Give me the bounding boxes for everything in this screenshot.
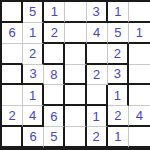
cell-r0c5[interactable]: 1 bbox=[108, 2, 129, 23]
cell-r1c1[interactable]: 1 bbox=[23, 23, 44, 44]
cell-r6c6[interactable] bbox=[129, 127, 150, 148]
cell-r5c5[interactable]: 2 bbox=[108, 106, 129, 127]
cell-r6c1[interactable]: 6 bbox=[23, 127, 44, 148]
cell-r3c2[interactable]: 8 bbox=[44, 65, 65, 86]
cell-r0c2[interactable]: 1 bbox=[44, 2, 65, 23]
cell-r5c2[interactable]: 6 bbox=[44, 106, 65, 127]
cell-r2c3[interactable] bbox=[65, 44, 86, 65]
cell-r0c3[interactable] bbox=[65, 2, 86, 23]
cell-r3c4[interactable]: 2 bbox=[87, 65, 108, 86]
cell-r2c2[interactable] bbox=[44, 44, 65, 65]
cell-r4c3[interactable] bbox=[65, 85, 86, 106]
cell-r3c1[interactable]: 3 bbox=[23, 65, 44, 86]
cell-r4c2[interactable] bbox=[44, 85, 65, 106]
cell-r5c0[interactable]: 2 bbox=[2, 106, 23, 127]
cell-r4c0[interactable] bbox=[2, 85, 23, 106]
cell-r3c6[interactable] bbox=[129, 65, 150, 86]
cell-r2c6[interactable] bbox=[129, 44, 150, 65]
cell-r2c0[interactable] bbox=[2, 44, 23, 65]
cell-r5c4[interactable]: 1 bbox=[87, 106, 108, 127]
cell-r2c1[interactable]: 2 bbox=[23, 44, 44, 65]
cell-r6c2[interactable]: 5 bbox=[44, 127, 65, 148]
cell-r4c4[interactable] bbox=[87, 85, 108, 106]
cell-r1c6[interactable]: 1 bbox=[129, 23, 150, 44]
puzzle-board: 5131612451223823112461246521 bbox=[0, 0, 150, 150]
cell-r3c3[interactable] bbox=[65, 65, 86, 86]
cell-r5c6[interactable]: 4 bbox=[129, 106, 150, 127]
cell-r4c5[interactable]: 1 bbox=[108, 85, 129, 106]
cell-r2c5[interactable]: 2 bbox=[108, 44, 129, 65]
cell-r0c4[interactable]: 3 bbox=[87, 2, 108, 23]
cell-r1c5[interactable]: 5 bbox=[108, 23, 129, 44]
cell-r1c0[interactable]: 6 bbox=[2, 23, 23, 44]
cell-r5c3[interactable] bbox=[65, 106, 86, 127]
cell-r2c4[interactable] bbox=[87, 44, 108, 65]
cell-r4c1[interactable]: 1 bbox=[23, 85, 44, 106]
cell-r4c6[interactable] bbox=[129, 85, 150, 106]
cell-r1c4[interactable]: 4 bbox=[87, 23, 108, 44]
cell-r3c0[interactable] bbox=[2, 65, 23, 86]
cell-r6c3[interactable] bbox=[65, 127, 86, 148]
cell-r3c5[interactable]: 3 bbox=[108, 65, 129, 86]
cell-r0c0[interactable] bbox=[2, 2, 23, 23]
cell-r0c1[interactable]: 5 bbox=[23, 2, 44, 23]
cell-r6c4[interactable]: 2 bbox=[87, 127, 108, 148]
cell-r6c5[interactable]: 1 bbox=[108, 127, 129, 148]
cell-r0c6[interactable] bbox=[129, 2, 150, 23]
cell-r5c1[interactable]: 4 bbox=[23, 106, 44, 127]
cell-r1c3[interactable] bbox=[65, 23, 86, 44]
cell-r1c2[interactable]: 2 bbox=[44, 23, 65, 44]
puzzle-screenshot: 5131612451223823112461246521 bbox=[0, 0, 150, 150]
cell-r6c0[interactable] bbox=[2, 127, 23, 148]
